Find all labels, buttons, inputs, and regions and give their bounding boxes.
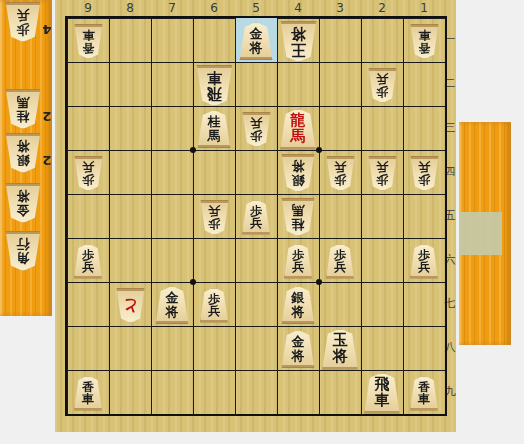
piece-9i-sente[interactable]: 香車	[74, 376, 103, 411]
piece-kanji: 金将	[292, 335, 305, 362]
piece-3d-gote[interactable]: 歩兵	[326, 156, 355, 191]
piece-4g-sente[interactable]: 銀将	[281, 286, 315, 324]
piece-kanji: 角行	[17, 237, 30, 264]
piece-kanji: 歩兵	[418, 249, 430, 274]
piece-kanji: 歩兵	[250, 117, 262, 142]
file-label-8: 8	[109, 1, 151, 16]
hand-empty-slot	[460, 212, 502, 255]
piece-5e-sente[interactable]: 歩兵	[242, 200, 271, 235]
piece-6c-sente[interactable]: 桂馬	[197, 110, 231, 148]
piece-6g-sente[interactable]: 歩兵	[200, 288, 229, 323]
piece-1f-sente[interactable]: 歩兵	[410, 244, 439, 279]
star-point	[316, 147, 322, 153]
piece-4e-gote[interactable]: 桂馬	[281, 198, 315, 236]
piece-4d-gote[interactable]: 銀将	[281, 154, 315, 192]
piece-kanji: 歩兵	[292, 249, 304, 274]
piece-9f-sente[interactable]: 歩兵	[74, 244, 103, 279]
piece-4c-sente[interactable]: 龍馬	[280, 109, 317, 150]
sente-hand-tray[interactable]	[459, 122, 511, 345]
file-label-9: 9	[67, 1, 109, 16]
board-grid[interactable]: 香車金将王将香車飛車歩兵桂馬歩兵龍馬歩兵銀将歩兵歩兵歩兵歩兵歩兵桂馬歩兵歩兵歩兵…	[65, 16, 447, 416]
piece-kanji: 歩兵	[208, 293, 220, 318]
piece-4h-sente[interactable]: 金将	[281, 330, 315, 368]
piece-kanji: 玉将	[333, 333, 348, 364]
piece-8g-gote[interactable]: と	[116, 288, 145, 323]
hand-piece-gote-1[interactable]: 桂馬	[5, 89, 41, 129]
piece-kanji: 香車	[82, 29, 94, 54]
file-label-3: 3	[319, 1, 361, 16]
file-label-2: 2	[361, 1, 403, 16]
piece-kanji: 桂馬	[17, 95, 30, 122]
piece-kanji: 歩兵	[17, 8, 30, 35]
piece-kanji: 歩兵	[82, 161, 94, 186]
shogi-app: 歩兵4桂馬2銀将2金将角行 987654321 一二三四五六七八九 香車金将王将…	[0, 0, 524, 444]
piece-2d-gote[interactable]: 歩兵	[368, 156, 397, 191]
star-point	[190, 147, 196, 153]
piece-kanji: 香車	[418, 381, 430, 406]
piece-kanji: 飛車	[375, 377, 390, 408]
piece-kanji: と	[122, 297, 138, 314]
piece-6b-gote[interactable]: 飛車	[196, 65, 233, 106]
file-label-4: 4	[277, 1, 319, 16]
piece-5c-gote[interactable]: 歩兵	[242, 112, 271, 147]
hand-piece-gote-3[interactable]: 金将	[5, 183, 41, 223]
piece-kanji: 歩兵	[376, 161, 388, 186]
piece-kanji: 金将	[166, 291, 179, 318]
piece-kanji: 歩兵	[250, 205, 262, 230]
star-point	[190, 279, 196, 285]
piece-kanji: 歩兵	[82, 249, 94, 274]
piece-4a-gote[interactable]: 王将	[280, 21, 317, 62]
piece-2b-gote[interactable]: 歩兵	[368, 68, 397, 103]
piece-kanji: 王将	[291, 25, 306, 56]
hand-piece-gote-2[interactable]: 銀将	[5, 133, 41, 173]
piece-3f-sente[interactable]: 歩兵	[326, 244, 355, 279]
piece-1a-gote[interactable]: 香車	[410, 24, 439, 59]
file-label-6: 6	[193, 1, 235, 16]
piece-kanji: 銀将	[292, 291, 305, 318]
hand-count: 2	[40, 109, 54, 124]
piece-6e-gote[interactable]: 歩兵	[200, 200, 229, 235]
gote-hand-tray[interactable]: 歩兵4桂馬2銀将2金将角行	[0, 0, 52, 316]
piece-9a-gote[interactable]: 香車	[74, 24, 103, 59]
piece-2i-sente[interactable]: 飛車	[364, 373, 401, 414]
piece-kanji: 飛車	[207, 69, 222, 100]
piece-3h-sente[interactable]: 玉将	[322, 329, 359, 370]
hand-piece-gote-0[interactable]: 歩兵	[5, 2, 41, 42]
piece-kanji: 歩兵	[376, 73, 388, 98]
hand-piece-gote-4[interactable]: 角行	[5, 231, 41, 271]
piece-4f-sente[interactable]: 歩兵	[284, 244, 313, 279]
piece-kanji: 歩兵	[418, 161, 430, 186]
piece-kanji: 歩兵	[334, 249, 346, 274]
piece-kanji: 香車	[82, 381, 94, 406]
piece-kanji: 桂馬	[292, 203, 305, 230]
hand-count: 4	[40, 22, 54, 37]
star-point	[316, 279, 322, 285]
piece-7g-sente[interactable]: 金将	[155, 286, 189, 324]
piece-kanji: 金将	[17, 189, 30, 216]
piece-1d-gote[interactable]: 歩兵	[410, 156, 439, 191]
piece-kanji: 銀将	[292, 159, 305, 186]
piece-kanji: 歩兵	[334, 161, 346, 186]
file-label-1: 1	[403, 1, 445, 16]
piece-1i-sente[interactable]: 香車	[410, 376, 439, 411]
piece-kanji: 香車	[418, 29, 430, 54]
file-label-5: 5	[235, 1, 277, 16]
piece-kanji: 銀将	[17, 139, 30, 166]
hand-count: 2	[40, 153, 54, 168]
piece-kanji: 歩兵	[208, 205, 220, 230]
piece-9d-gote[interactable]: 歩兵	[74, 156, 103, 191]
piece-kanji: 金将	[250, 27, 263, 54]
file-label-7: 7	[151, 1, 193, 16]
piece-kanji: 龍馬	[291, 113, 306, 144]
piece-kanji: 桂馬	[208, 115, 221, 142]
